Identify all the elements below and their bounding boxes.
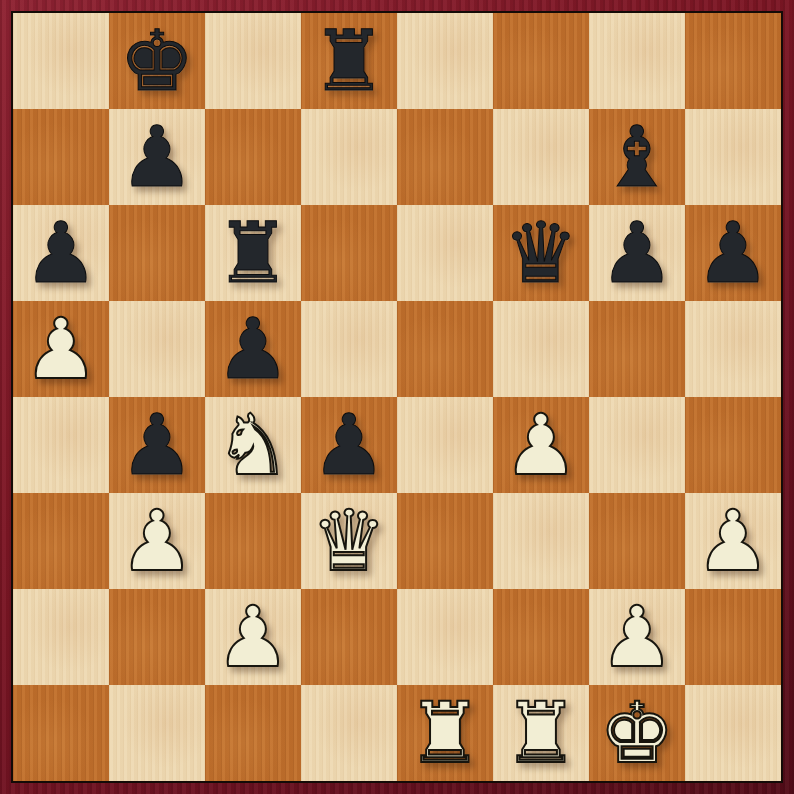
square-e1[interactable]: ♜ (397, 685, 493, 781)
square-b4[interactable]: ♟ (109, 397, 205, 493)
piece-white-pawn[interactable]: ♟ (119, 493, 194, 589)
square-d5[interactable] (301, 301, 397, 397)
square-b1[interactable] (109, 685, 205, 781)
square-b3[interactable]: ♟ (109, 493, 205, 589)
square-a2[interactable] (13, 589, 109, 685)
piece-white-queen[interactable]: ♛ (311, 493, 386, 589)
square-a5[interactable]: ♟ (13, 301, 109, 397)
square-e8[interactable] (397, 13, 493, 109)
square-a1[interactable] (13, 685, 109, 781)
piece-black-queen[interactable]: ♛ (503, 205, 578, 301)
square-b5[interactable] (109, 301, 205, 397)
square-a3[interactable] (13, 493, 109, 589)
square-c2[interactable]: ♟ (205, 589, 301, 685)
square-c3[interactable] (205, 493, 301, 589)
square-e2[interactable] (397, 589, 493, 685)
piece-black-pawn[interactable]: ♟ (215, 301, 290, 397)
square-h6[interactable]: ♟ (685, 205, 781, 301)
square-a8[interactable] (13, 13, 109, 109)
square-g4[interactable] (589, 397, 685, 493)
piece-white-pawn[interactable]: ♟ (599, 589, 674, 685)
square-c1[interactable] (205, 685, 301, 781)
square-f6[interactable]: ♛ (493, 205, 589, 301)
piece-black-rook[interactable]: ♜ (311, 13, 386, 109)
piece-black-pawn[interactable]: ♟ (119, 397, 194, 493)
piece-black-pawn[interactable]: ♟ (695, 205, 770, 301)
square-a7[interactable] (13, 109, 109, 205)
piece-black-rook[interactable]: ♜ (215, 205, 290, 301)
piece-white-rook[interactable]: ♜ (503, 685, 578, 781)
square-c8[interactable] (205, 13, 301, 109)
square-f2[interactable] (493, 589, 589, 685)
piece-black-bishop[interactable]: ♝ (599, 109, 674, 205)
piece-white-knight[interactable]: ♞ (215, 397, 290, 493)
piece-white-rook[interactable]: ♜ (407, 685, 482, 781)
piece-white-king[interactable]: ♚ (599, 685, 674, 781)
square-b6[interactable] (109, 205, 205, 301)
square-d1[interactable] (301, 685, 397, 781)
square-a6[interactable]: ♟ (13, 205, 109, 301)
square-h8[interactable] (685, 13, 781, 109)
square-e3[interactable] (397, 493, 493, 589)
square-c5[interactable]: ♟ (205, 301, 301, 397)
square-d6[interactable] (301, 205, 397, 301)
square-h5[interactable] (685, 301, 781, 397)
piece-white-pawn[interactable]: ♟ (503, 397, 578, 493)
square-h3[interactable]: ♟ (685, 493, 781, 589)
square-c6[interactable]: ♜ (205, 205, 301, 301)
piece-black-pawn[interactable]: ♟ (119, 109, 194, 205)
square-h2[interactable] (685, 589, 781, 685)
square-d3[interactable]: ♛ (301, 493, 397, 589)
square-c7[interactable] (205, 109, 301, 205)
piece-black-pawn[interactable]: ♟ (311, 397, 386, 493)
square-f7[interactable] (493, 109, 589, 205)
square-d8[interactable]: ♜ (301, 13, 397, 109)
piece-black-king[interactable]: ♚ (119, 13, 194, 109)
square-b2[interactable] (109, 589, 205, 685)
square-f3[interactable] (493, 493, 589, 589)
piece-white-pawn[interactable]: ♟ (215, 589, 290, 685)
square-c4[interactable]: ♞ (205, 397, 301, 493)
square-b7[interactable]: ♟ (109, 109, 205, 205)
square-d4[interactable]: ♟ (301, 397, 397, 493)
square-f5[interactable] (493, 301, 589, 397)
piece-white-pawn[interactable]: ♟ (695, 493, 770, 589)
square-e4[interactable] (397, 397, 493, 493)
square-f8[interactable] (493, 13, 589, 109)
square-h1[interactable] (685, 685, 781, 781)
square-h7[interactable] (685, 109, 781, 205)
square-g7[interactable]: ♝ (589, 109, 685, 205)
square-e5[interactable] (397, 301, 493, 397)
square-d7[interactable] (301, 109, 397, 205)
square-h4[interactable] (685, 397, 781, 493)
square-g5[interactable] (589, 301, 685, 397)
piece-white-pawn[interactable]: ♟ (23, 301, 98, 397)
square-f4[interactable]: ♟ (493, 397, 589, 493)
board-frame: ♚♜♟♝♟♜♛♟♟♟♟♟♞♟♟♟♛♟♟♟♜♜♚ (0, 0, 794, 794)
piece-black-pawn[interactable]: ♟ (23, 205, 98, 301)
square-e7[interactable] (397, 109, 493, 205)
piece-black-pawn[interactable]: ♟ (599, 205, 674, 301)
square-a4[interactable] (13, 397, 109, 493)
square-f1[interactable]: ♜ (493, 685, 589, 781)
square-d2[interactable] (301, 589, 397, 685)
square-g6[interactable]: ♟ (589, 205, 685, 301)
square-g1[interactable]: ♚ (589, 685, 685, 781)
square-g3[interactable] (589, 493, 685, 589)
square-g8[interactable] (589, 13, 685, 109)
chess-board: ♚♜♟♝♟♜♛♟♟♟♟♟♞♟♟♟♛♟♟♟♜♜♚ (11, 11, 783, 783)
square-g2[interactable]: ♟ (589, 589, 685, 685)
square-b8[interactable]: ♚ (109, 13, 205, 109)
square-e6[interactable] (397, 205, 493, 301)
